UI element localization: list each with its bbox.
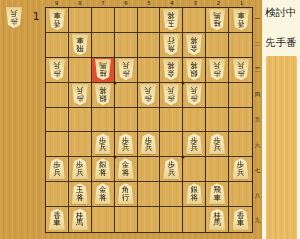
file-label-9: 9 [45, 0, 68, 7]
sente-hand-stand[interactable] [266, 56, 297, 239]
rank-label-3: 三 [253, 57, 262, 82]
gote-hand-count: 1 [33, 11, 39, 22]
status-label: 検討中 [265, 6, 297, 20]
square-3二[interactable]: 金将 [183, 33, 206, 58]
piece-kanji: 兵 [213, 62, 221, 69]
piece-kanji: 金 [191, 44, 199, 51]
square-9五[interactable] [46, 108, 69, 133]
gote-pawn[interactable]: 歩兵 [232, 59, 249, 80]
star-point [182, 156, 185, 159]
square-1八[interactable] [229, 182, 252, 207]
square-5八[interactable] [138, 182, 161, 207]
square-6五[interactable] [115, 108, 138, 133]
square-6四[interactable] [115, 83, 138, 108]
square-9八[interactable] [46, 182, 69, 207]
sente-pawn[interactable]: 歩兵 [117, 133, 134, 154]
sente-gold[interactable]: 金将 [94, 183, 111, 204]
piece-kanji: 歩 [10, 18, 18, 25]
rank-label-5: 五 [253, 107, 262, 132]
sente-knight[interactable]: 桂馬 [71, 209, 88, 230]
square-7四[interactable]: 銀将 [92, 83, 115, 108]
piece-kanji: 兵 [191, 144, 199, 151]
square-9九[interactable]: 香車 [46, 207, 69, 232]
square-3四[interactable]: 歩兵 [183, 83, 206, 108]
sente-lance[interactable]: 香車 [232, 209, 249, 230]
piece-kanji: 行 [122, 194, 130, 201]
gote-pawn[interactable]: 歩兵 [163, 84, 180, 105]
piece-kanji: 兵 [122, 144, 130, 151]
square-6三[interactable]: 歩兵 [115, 58, 138, 83]
rank-label-4: 四 [253, 82, 262, 107]
square-7九[interactable] [92, 207, 115, 232]
piece-kanji: 将 [76, 194, 84, 201]
square-2三[interactable]: 歩兵 [206, 58, 229, 83]
square-4七[interactable]: 歩兵 [160, 157, 183, 182]
square-9一[interactable]: 香車 [46, 8, 69, 33]
square-8九[interactable]: 桂馬 [69, 207, 92, 232]
square-3三[interactable]: 銀将 [183, 58, 206, 83]
sente-bishop[interactable]: 角行 [117, 183, 134, 204]
piece-kanji: 香 [53, 20, 61, 27]
square-4二[interactable]: 角行 [160, 33, 183, 58]
sente-king[interactable]: 玉将 [71, 183, 88, 204]
piece-kanji: 車 [237, 12, 245, 19]
gote-pawn[interactable]: 歩兵 [6, 7, 23, 28]
side-panel: 検討中 先手番 [262, 0, 300, 239]
piece-kanji: 銀 [99, 94, 107, 101]
file-label-4: 4 [161, 0, 184, 7]
square-1一[interactable]: 香車 [229, 8, 252, 33]
square-3八[interactable]: 銀将 [183, 182, 206, 207]
file-coordinates: 987654321 [45, 0, 253, 7]
turn-indicator: 先手番 [265, 36, 297, 50]
piece-kanji: 兵 [76, 169, 84, 176]
square-5五[interactable] [138, 108, 161, 133]
piece-kanji: 車 [213, 194, 221, 201]
square-8三[interactable] [69, 58, 92, 83]
sente-pawn[interactable]: 歩兵 [163, 158, 180, 179]
square-2四[interactable] [206, 83, 229, 108]
gote-bishop[interactable]: 角行 [163, 34, 180, 55]
piece-kanji: 車 [237, 219, 245, 226]
square-9三[interactable]: 歩兵 [46, 58, 69, 83]
gote-pawn[interactable]: 歩兵 [140, 84, 157, 105]
square-4八[interactable] [160, 182, 183, 207]
piece-kanji: 馬 [99, 62, 107, 69]
square-2九[interactable]: 桂馬 [206, 207, 229, 232]
square-6七[interactable]: 金将 [115, 157, 138, 182]
piece-kanji: 玉 [168, 20, 176, 27]
rank-label-6: 六 [253, 133, 262, 158]
sente-gold[interactable]: 金将 [117, 158, 134, 179]
piece-kanji: 兵 [76, 87, 84, 94]
square-6一[interactable] [115, 8, 138, 33]
square-7八[interactable]: 金将 [92, 182, 115, 207]
piece-kanji: 将 [99, 169, 107, 176]
piece-kanji: 歩 [168, 94, 176, 101]
piece-kanji: 兵 [237, 62, 245, 69]
square-5三[interactable] [138, 58, 161, 83]
piece-kanji: 歩 [145, 94, 153, 101]
rank-coordinates: 一二三四五六七八九 [253, 7, 262, 233]
piece-kanji: 将 [191, 37, 199, 44]
square-7六[interactable]: 歩兵 [92, 132, 115, 157]
square-9四[interactable] [46, 83, 69, 108]
square-1三[interactable]: 歩兵 [229, 58, 252, 83]
sente-lance[interactable]: 香車 [48, 209, 65, 230]
square-1二[interactable] [229, 33, 252, 58]
square-8七[interactable]: 歩兵 [69, 157, 92, 182]
sente-pawn[interactable]: 歩兵 [209, 133, 226, 154]
sente-pawn[interactable]: 歩兵 [186, 133, 203, 154]
gote-gold[interactable]: 金将 [186, 34, 203, 55]
square-9六[interactable] [46, 132, 69, 157]
square-7一[interactable] [92, 8, 115, 33]
square-3六[interactable]: 歩兵 [183, 132, 206, 157]
gote-silver[interactable]: 銀将 [186, 59, 203, 80]
piece-kanji: 歩 [191, 94, 199, 101]
square-3一[interactable] [183, 8, 206, 33]
square-3五[interactable] [183, 108, 206, 133]
square-2七[interactable] [206, 157, 229, 182]
square-3七[interactable] [183, 157, 206, 182]
square-1六[interactable] [229, 132, 252, 157]
gote-gold[interactable]: 金将 [163, 59, 180, 80]
square-5七[interactable] [138, 157, 161, 182]
gote-pawn[interactable]: 歩兵 [186, 84, 203, 105]
piece-kanji: 兵 [53, 169, 61, 176]
square-8八[interactable]: 玉将 [69, 182, 92, 207]
piece-kanji: 角 [168, 44, 176, 51]
square-1七[interactable]: 歩兵 [229, 157, 252, 182]
square-7二[interactable] [92, 33, 115, 58]
piece-kanji: 歩 [213, 69, 221, 76]
piece-kanji: 車 [53, 219, 61, 226]
rank-label-9: 九 [253, 208, 262, 233]
piece-kanji: 兵 [53, 62, 61, 69]
sente-pawn[interactable]: 歩兵 [94, 133, 111, 154]
piece-kanji: 歩 [237, 69, 245, 76]
file-label-6: 6 [114, 0, 137, 7]
square-5九[interactable] [138, 207, 161, 232]
square-2六[interactable]: 歩兵 [206, 132, 229, 157]
square-6六[interactable]: 歩兵 [115, 132, 138, 157]
piece-kanji: 兵 [168, 87, 176, 94]
piece-kanji: 銀 [191, 69, 199, 76]
star-point [182, 81, 185, 84]
square-7七[interactable]: 銀将 [92, 157, 115, 182]
piece-kanji: 兵 [191, 87, 199, 94]
square-7三[interactable]: 桂馬 [92, 58, 115, 83]
sente-pawn[interactable]: 歩兵 [140, 133, 157, 154]
square-5二[interactable] [138, 33, 161, 58]
square-5六[interactable]: 歩兵 [138, 132, 161, 157]
piece-kanji: 将 [191, 194, 199, 201]
square-8六[interactable] [69, 132, 92, 157]
shogi-board: 香車玉将桂馬香車飛車角行金将歩兵桂馬歩兵金将銀将歩兵歩兵歩兵銀将歩兵歩兵歩兵歩兵… [45, 7, 253, 233]
gote-lance[interactable]: 香車 [232, 9, 249, 30]
sente-silver[interactable]: 銀将 [186, 183, 203, 204]
square-6二[interactable] [115, 33, 138, 58]
star-point [113, 156, 116, 159]
file-label-7: 7 [91, 0, 114, 7]
gote-lance[interactable]: 香車 [48, 9, 65, 30]
file-label-2: 2 [207, 0, 230, 7]
piece-kanji: 馬 [213, 12, 221, 19]
square-5一[interactable] [138, 8, 161, 33]
piece-kanji: 歩 [76, 94, 84, 101]
piece-kanji: 車 [76, 37, 84, 44]
gote-knight[interactable]: 桂馬 [209, 9, 226, 30]
square-4一[interactable]: 玉将 [160, 8, 183, 33]
gote-pawn[interactable]: 歩兵 [209, 59, 226, 80]
square-6八[interactable]: 角行 [115, 182, 138, 207]
square-1四[interactable] [229, 83, 252, 108]
piece-kanji: 兵 [145, 87, 153, 94]
piece-kanji: 兵 [213, 144, 221, 151]
piece-kanji: 将 [99, 87, 107, 94]
shogi-analysis-screen: 歩兵1 987654321 香車玉将桂馬香車飛車角行金将歩兵桂馬歩兵金将銀将歩兵… [0, 0, 300, 239]
piece-kanji: 歩 [122, 69, 130, 76]
square-8二[interactable]: 飛車 [69, 33, 92, 58]
star-point [113, 81, 116, 84]
piece-kanji: 将 [168, 62, 176, 69]
piece-kanji: 桂 [99, 69, 107, 76]
square-8一[interactable] [69, 8, 92, 33]
sente-pawn[interactable]: 歩兵 [232, 158, 249, 179]
square-4五[interactable] [160, 108, 183, 133]
square-6九[interactable] [115, 207, 138, 232]
piece-kanji: 歩 [53, 69, 61, 76]
piece-kanji: 馬 [213, 219, 221, 226]
gote-pawn[interactable]: 歩兵 [117, 59, 134, 80]
square-2八[interactable]: 飛車 [206, 182, 229, 207]
square-1五[interactable] [229, 108, 252, 133]
square-2一[interactable]: 桂馬 [206, 8, 229, 33]
piece-kanji: 将 [122, 169, 130, 176]
sente-knight[interactable]: 桂馬 [209, 209, 226, 230]
square-2五[interactable] [206, 108, 229, 133]
square-9二[interactable] [46, 33, 69, 58]
file-label-5: 5 [137, 0, 160, 7]
piece-kanji: 香 [237, 20, 245, 27]
file-label-3: 3 [184, 0, 207, 7]
piece-kanji: 兵 [122, 62, 130, 69]
square-9七[interactable]: 歩兵 [46, 157, 69, 182]
square-5四[interactable]: 歩兵 [138, 83, 161, 108]
piece-kanji: 将 [168, 12, 176, 19]
sente-pawn[interactable]: 歩兵 [71, 158, 88, 179]
square-4九[interactable] [160, 207, 183, 232]
rank-label-7: 七 [253, 158, 262, 183]
piece-kanji: 兵 [99, 144, 107, 151]
gote-pawn[interactable]: 歩兵 [71, 84, 88, 105]
square-4六[interactable] [160, 132, 183, 157]
piece-kanji: 将 [191, 62, 199, 69]
piece-kanji: 飛 [76, 44, 84, 51]
sente-silver[interactable]: 銀将 [94, 158, 111, 179]
square-3九[interactable] [183, 207, 206, 232]
gote-knight[interactable]: 桂馬 [94, 59, 111, 80]
square-4三[interactable]: 金将 [160, 58, 183, 83]
square-2二[interactable] [206, 33, 229, 58]
gote-silver[interactable]: 銀将 [94, 84, 111, 105]
gote-pawn[interactable]: 歩兵 [48, 59, 65, 80]
sente-pawn[interactable]: 歩兵 [48, 158, 65, 179]
file-label-1: 1 [230, 0, 253, 7]
rank-label-8: 八 [253, 183, 262, 208]
rank-label-2: 二 [253, 32, 262, 57]
square-8五[interactable] [69, 108, 92, 133]
gote-rook[interactable]: 飛車 [71, 34, 88, 55]
piece-kanji: 兵 [168, 169, 176, 176]
piece-kanji: 桂 [213, 20, 221, 27]
square-8四[interactable]: 歩兵 [69, 83, 92, 108]
square-1九[interactable]: 香車 [229, 207, 252, 232]
sente-rook[interactable]: 飛車 [209, 183, 226, 204]
piece-kanji: 行 [168, 37, 176, 44]
piece-kanji: 車 [53, 12, 61, 19]
piece-kanji: 兵 [10, 10, 18, 17]
square-7五[interactable] [92, 108, 115, 133]
piece-kanji: 兵 [237, 169, 245, 176]
rank-label-1: 一 [253, 7, 262, 32]
gote-hand-area: 歩兵1 [6, 6, 46, 32]
piece-kanji: 馬 [76, 219, 84, 226]
piece-kanji: 金 [168, 69, 176, 76]
square-4四[interactable]: 歩兵 [160, 83, 183, 108]
file-label-8: 8 [68, 0, 91, 7]
gote-king[interactable]: 玉将 [163, 9, 180, 30]
piece-kanji: 将 [99, 194, 107, 201]
piece-kanji: 兵 [145, 144, 153, 151]
